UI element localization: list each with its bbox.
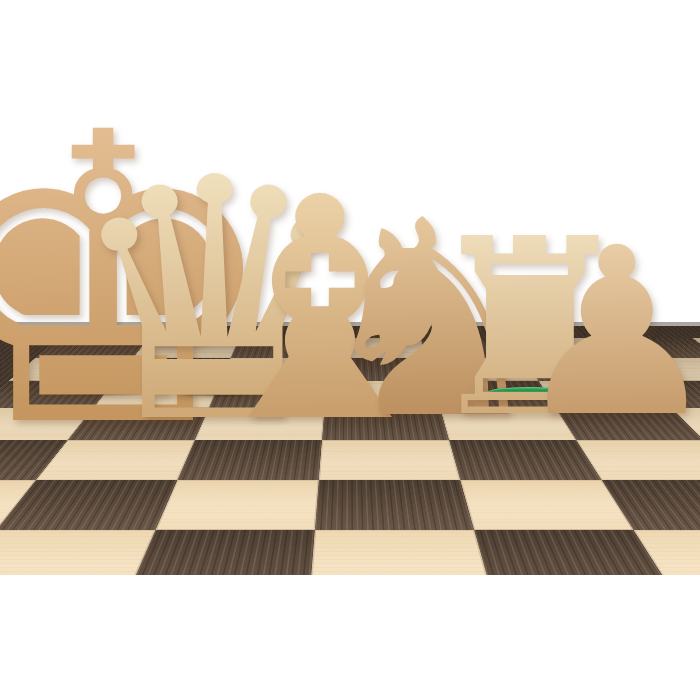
pawn-glyph: ♟	[513, 217, 700, 449]
piece-pawn: ♟	[513, 217, 700, 449]
stage: ♚♛♝♞♜♟	[0, 0, 700, 700]
pieces-layer: ♚♛♝♞♜♟	[0, 0, 700, 700]
